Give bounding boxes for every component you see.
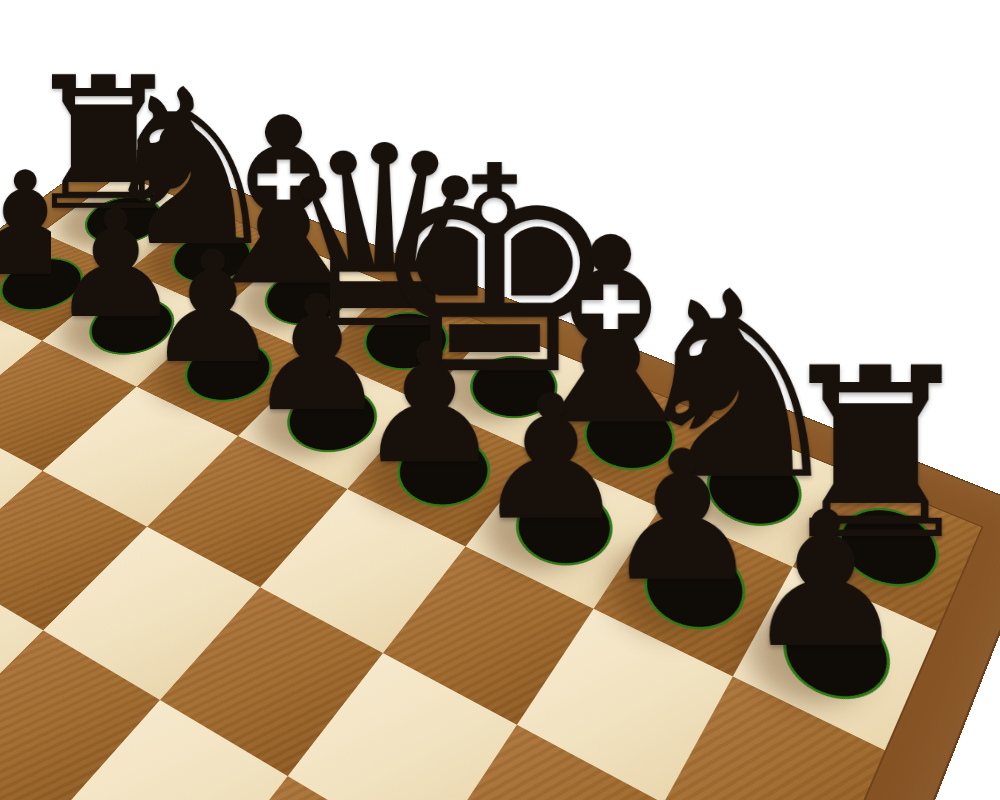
perspective-viewport: ♜♞♝♛♚♝♞♜♟♟♟♟♟♟♟♟ [0, 0, 1000, 800]
studio-photo: ♜♞♝♛♚♝♞♜♟♟♟♟♟♟♟♟ [0, 0, 1000, 800]
pieces-layer: ♜♞♝♛♚♝♞♜♟♟♟♟♟♟♟♟ [0, 143, 1000, 800]
chess-board: ♜♞♝♛♚♝♞♜♟♟♟♟♟♟♟♟ [0, 143, 1000, 800]
black-pawn-glyph: ♟ [678, 487, 974, 674]
